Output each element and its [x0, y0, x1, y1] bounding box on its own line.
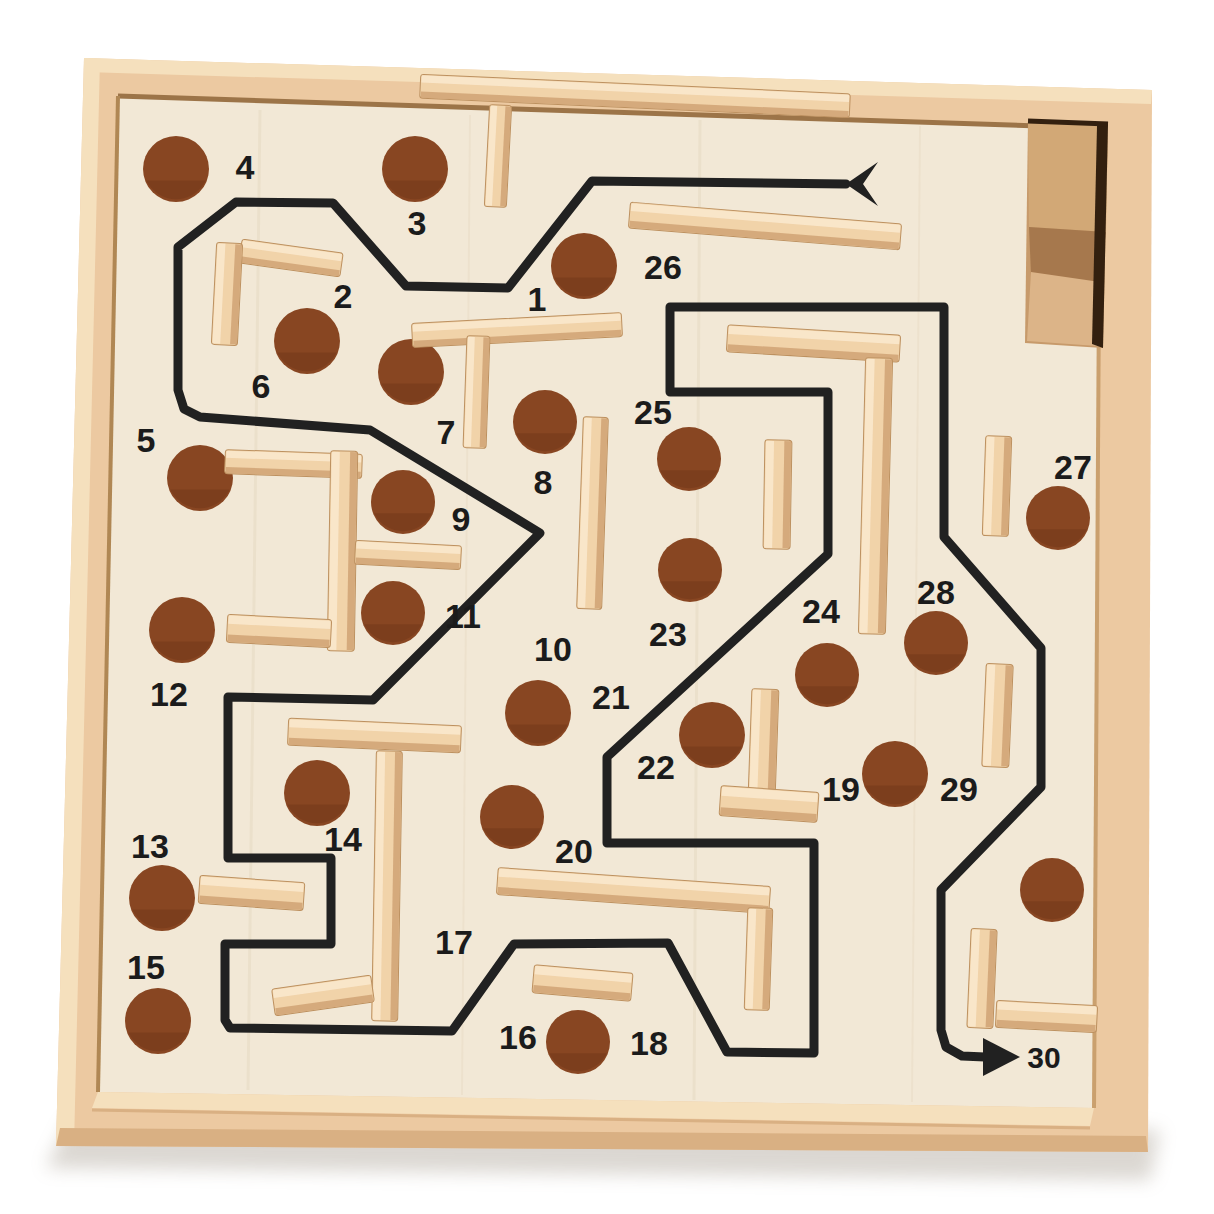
wooden-wall-stick	[226, 614, 331, 647]
wooden-wall-stick	[982, 663, 1013, 767]
wooden-wall-stick	[463, 336, 490, 449]
hole-number-label: 13	[131, 827, 169, 865]
wooden-wall-stick	[211, 242, 242, 345]
hole-number-label: 16	[499, 1018, 537, 1056]
hole-number-label: 12	[150, 675, 188, 713]
hole-number-label: 23	[649, 615, 687, 653]
hole-number-label: 8	[534, 463, 553, 501]
hole-number-label: 25	[634, 393, 672, 431]
hole-number-label: 3	[408, 204, 427, 242]
hole-number-label: 2	[334, 277, 353, 315]
hole-number-label: 19	[822, 770, 860, 808]
wooden-wall-stick	[719, 786, 819, 823]
hole-number-label: 20	[555, 832, 593, 870]
hole-number-label: 27	[1054, 448, 1092, 486]
hole-number-label: 10	[534, 630, 572, 668]
hole-number-label: 6	[252, 367, 271, 405]
wooden-wall-stick	[744, 908, 773, 1011]
labyrinth-board: 1234567891011121314151617181920212223242…	[0, 0, 1214, 1214]
hole-number-label: 22	[637, 748, 675, 786]
hole-number-label: 26	[644, 248, 682, 286]
hole-number-label: 21	[592, 678, 630, 716]
hole-number-label: 24	[802, 592, 840, 630]
hole-number-label: 15	[127, 948, 165, 986]
corner-cutout	[1025, 121, 1108, 348]
labyrinth-photo: 1234567891011121314151617181920212223242…	[0, 0, 1214, 1214]
hole-number-label: 17	[435, 923, 473, 961]
hole-number-label: 14	[324, 820, 362, 858]
hole-number-label: 29	[940, 770, 978, 808]
wooden-wall-stick	[967, 928, 997, 1028]
hole-number-label: 11	[445, 597, 481, 635]
wooden-wall-stick	[982, 436, 1011, 537]
wooden-wall-stick	[748, 689, 779, 798]
hole-number-label: 5	[137, 421, 156, 459]
wooden-wall-stick	[995, 1000, 1097, 1032]
wooden-wall-stick	[484, 104, 511, 207]
hole-number-label: 30	[1027, 1041, 1060, 1074]
wooden-wall-stick	[763, 440, 792, 549]
hole-number-label: 1	[528, 280, 547, 318]
wooden-wall-stick	[372, 751, 403, 1021]
hole-number-label: 9	[452, 500, 471, 538]
hole-number-label: 18	[630, 1024, 668, 1062]
hole-number-label: 28	[917, 573, 955, 611]
wooden-wall-stick	[354, 540, 461, 570]
hole-number-label: 7	[437, 413, 456, 451]
hole-number-label: 4	[236, 148, 255, 186]
